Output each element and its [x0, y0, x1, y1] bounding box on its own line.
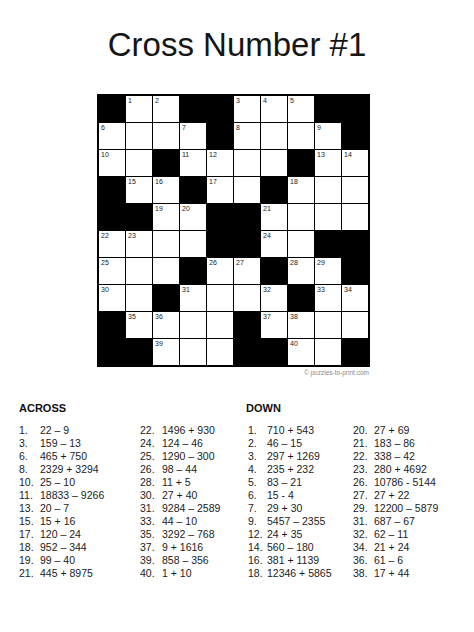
entry-cell[interactable]: 7 — [180, 123, 206, 149]
clue-item: 7.29 + 30 — [248, 502, 332, 515]
entry-cell[interactable]: 8 — [234, 123, 260, 149]
block-cell — [261, 339, 287, 365]
clue-expression: 11 + 5 — [162, 476, 191, 489]
cell-clue-number: 10 — [101, 150, 109, 159]
cell-clue-number: 32 — [263, 285, 271, 294]
clue-expression: 465 + 750 — [40, 450, 87, 463]
clue-item: 13.20 – 7 — [19, 502, 104, 515]
clue-number: 1. — [248, 424, 267, 437]
clue-item: 2.46 – 15 — [248, 437, 332, 450]
clue-expression: 3292 – 768 — [162, 528, 215, 541]
clue-number: 9. — [248, 515, 267, 528]
entry-cell[interactable]: 16 — [153, 177, 179, 203]
block-cell — [342, 231, 368, 257]
clue-expression: 159 – 13 — [40, 437, 81, 450]
clue-number: 17. — [19, 528, 40, 541]
clue-expression: 687 – 67 — [374, 515, 415, 528]
cell-clue-number: 21 — [263, 204, 271, 213]
cell-clue-number: 2 — [155, 96, 159, 105]
cell-clue-number: 11 — [182, 150, 189, 159]
block-cell — [180, 258, 206, 284]
clue-number: 37. — [140, 541, 162, 554]
cell-clue-number: 3 — [236, 96, 240, 105]
entry-cell[interactable] — [126, 150, 152, 176]
clue-item: 30.27 + 40 — [140, 489, 220, 502]
entry-cell[interactable]: 6 — [99, 123, 125, 149]
clue-number: 16. — [248, 554, 267, 567]
clue-number: 4. — [248, 463, 267, 476]
entry-cell[interactable]: 11 — [180, 150, 206, 176]
entry-cell[interactable]: 32 — [261, 285, 287, 311]
entry-cell[interactable]: 22 — [99, 231, 125, 257]
entry-cell[interactable]: 35 — [126, 312, 152, 338]
clue-number: 1. — [19, 424, 40, 437]
clue-item: 4.235 + 232 — [248, 463, 332, 476]
entry-cell[interactable] — [153, 231, 179, 257]
cell-clue-number: 24 — [263, 231, 271, 240]
entry-cell[interactable] — [153, 123, 179, 149]
clue-expression: 560 – 180 — [267, 541, 314, 554]
cell-clue-number: 6 — [101, 123, 105, 132]
entry-cell[interactable]: 10 — [99, 150, 125, 176]
clue-expression: 235 + 232 — [267, 463, 314, 476]
clue-item: 20.27 + 69 — [353, 424, 438, 437]
cell-clue-number: 14 — [344, 150, 352, 159]
block-cell — [261, 258, 287, 284]
cell-clue-number: 36 — [155, 312, 163, 321]
entry-cell[interactable]: 31 — [180, 285, 206, 311]
clue-item: 25.1290 – 300 — [140, 450, 220, 463]
cell-clue-number: 40 — [290, 339, 298, 348]
block-cell — [99, 312, 125, 338]
entry-cell[interactable]: 23 — [126, 231, 152, 257]
clue-number: 21. — [19, 567, 40, 580]
clue-item: 27.27 + 22 — [353, 489, 438, 502]
clue-expression: 280 + 4692 — [374, 463, 427, 476]
entry-cell[interactable] — [180, 312, 206, 338]
cell-clue-number: 18 — [290, 177, 298, 186]
clue-expression: 61 – 6 — [374, 554, 403, 567]
entry-cell[interactable]: 34 — [342, 285, 368, 311]
entry-cell[interactable]: 15 — [126, 177, 152, 203]
clue-item: 34.21 + 24 — [353, 541, 438, 554]
clue-number: 18. — [248, 567, 267, 580]
block-cell — [342, 258, 368, 284]
entry-cell[interactable] — [234, 150, 260, 176]
cell-clue-number: 20 — [182, 204, 190, 213]
entry-cell[interactable] — [342, 204, 368, 230]
clue-expression: 12200 – 5879 — [374, 502, 438, 515]
across-header: ACROSS — [19, 402, 66, 414]
cell-clue-number: 29 — [317, 258, 325, 267]
block-cell — [234, 312, 260, 338]
clue-expression: 62 – 11 — [374, 528, 408, 541]
clue-number: 2. — [248, 437, 267, 450]
clue-item: 5.83 – 21 — [248, 476, 332, 489]
cell-clue-number: 5 — [290, 96, 294, 105]
clue-item: 29.12200 – 5879 — [353, 502, 438, 515]
clue-expression: 99 – 40 — [40, 554, 75, 567]
clue-item: 3.159 – 13 — [19, 437, 104, 450]
entry-cell[interactable] — [234, 285, 260, 311]
clue-number: 21. — [353, 437, 374, 450]
clue-item: 33.44 – 10 — [140, 515, 220, 528]
copyright-credit: © puzzles-to-print.com — [97, 369, 369, 376]
block-cell — [342, 339, 368, 365]
clue-number: 24. — [140, 437, 162, 450]
entry-cell[interactable] — [207, 285, 233, 311]
entry-cell[interactable]: 5 — [288, 96, 314, 122]
clue-number: 3. — [19, 437, 40, 450]
entry-cell[interactable]: 20 — [180, 204, 206, 230]
block-cell — [207, 96, 233, 122]
entry-cell[interactable]: 18 — [288, 177, 314, 203]
cell-clue-number: 17 — [209, 177, 217, 186]
entry-cell[interactable]: 4 — [261, 96, 287, 122]
entry-cell[interactable] — [126, 285, 152, 311]
clue-expression: 27 + 22 — [374, 489, 409, 502]
clue-item: 28.11 + 5 — [140, 476, 220, 489]
entry-cell[interactable]: 27 — [234, 258, 260, 284]
clue-item: 22.1496 + 930 — [140, 424, 220, 437]
entry-cell[interactable] — [180, 231, 206, 257]
entry-cell[interactable] — [207, 312, 233, 338]
entry-cell[interactable] — [315, 177, 341, 203]
cell-clue-number: 22 — [101, 231, 109, 240]
down-clues-column-2: 20.27 + 6921.183 – 8622.338 – 4223.280 +… — [353, 424, 438, 580]
clue-number: 31. — [140, 502, 162, 515]
cell-clue-number: 27 — [236, 258, 244, 267]
clue-item: 40.1 + 10 — [140, 567, 220, 580]
clue-item: 38.17 + 44 — [353, 567, 438, 580]
entry-cell[interactable] — [261, 150, 287, 176]
cell-clue-number: 34 — [344, 285, 352, 294]
entry-cell[interactable]: 26 — [207, 258, 233, 284]
clue-item: 22.338 – 42 — [353, 450, 438, 463]
clue-expression: 21 + 24 — [374, 541, 409, 554]
clue-number: 27. — [353, 489, 374, 502]
entry-cell[interactable]: 21 — [261, 204, 287, 230]
clue-expression: 338 – 42 — [374, 450, 415, 463]
clue-item: 6.465 + 750 — [19, 450, 104, 463]
entry-cell[interactable]: 38 — [288, 312, 314, 338]
entry-cell[interactable]: 13 — [315, 150, 341, 176]
clue-item: 39.858 – 356 — [140, 554, 220, 567]
entry-cell[interactable]: 14 — [342, 150, 368, 176]
clue-number: 6. — [248, 489, 267, 502]
cell-clue-number: 4 — [263, 96, 267, 105]
clue-item: 26.10786 - 5144 — [353, 476, 438, 489]
clue-expression: 124 – 46 — [162, 437, 203, 450]
clue-item: 9.5457 – 2355 — [248, 515, 332, 528]
cell-clue-number: 39 — [155, 339, 163, 348]
clue-number: 23. — [353, 463, 374, 476]
cell-clue-number: 38 — [290, 312, 298, 321]
clue-expression: 25 – 10 — [40, 476, 75, 489]
block-cell — [207, 204, 233, 230]
across-clues-column-2: 22.1496 + 93024.124 – 4625.1290 – 30026.… — [140, 424, 220, 580]
entry-cell[interactable]: 2 — [153, 96, 179, 122]
entry-cell[interactable]: 29 — [315, 258, 341, 284]
across-clues-column-1: 1.22 – 93.159 – 136.465 + 7508.2329 + 32… — [19, 424, 104, 580]
block-cell — [234, 231, 260, 257]
entry-cell[interactable]: 40 — [288, 339, 314, 365]
entry-cell[interactable]: 28 — [288, 258, 314, 284]
clue-number: 26. — [353, 476, 374, 489]
block-cell — [153, 150, 179, 176]
block-cell — [99, 339, 125, 365]
clue-expression: 27 + 40 — [162, 489, 197, 502]
clue-item: 14.560 – 180 — [248, 541, 332, 554]
entry-cell[interactable]: 19 — [153, 204, 179, 230]
cell-clue-number: 31 — [182, 285, 190, 294]
clue-expression: 5457 – 2355 — [267, 515, 325, 528]
clue-number: 15. — [19, 515, 40, 528]
cell-clue-number: 13 — [317, 150, 325, 159]
puzzle-grid: 1234567891011121314151617181920212223242… — [97, 94, 370, 367]
cell-clue-number: 9 — [317, 123, 321, 132]
clue-item: 1.22 – 9 — [19, 424, 104, 437]
cell-clue-number: 19 — [155, 204, 163, 213]
clue-number: 35. — [140, 528, 162, 541]
clue-expression: 710 + 543 — [267, 424, 314, 437]
clue-item: 37.9 + 1616 — [140, 541, 220, 554]
clue-item: 32.62 – 11 — [353, 528, 438, 541]
clue-number: 38. — [353, 567, 374, 580]
clue-expression: 10786 - 5144 — [374, 476, 436, 489]
block-cell — [288, 285, 314, 311]
clue-number: 5. — [248, 476, 267, 489]
entry-cell[interactable] — [315, 339, 341, 365]
clue-number: 7. — [248, 502, 267, 515]
block-cell — [153, 285, 179, 311]
clue-expression: 83 – 21 — [267, 476, 302, 489]
clue-number: 22. — [140, 424, 162, 437]
clue-expression: 9284 – 2589 — [162, 502, 220, 515]
block-cell — [288, 150, 314, 176]
clue-expression: 24 + 35 — [267, 528, 302, 541]
clue-expression: 1290 – 300 — [162, 450, 215, 463]
entry-cell[interactable] — [342, 177, 368, 203]
entry-cell[interactable] — [234, 177, 260, 203]
clue-expression: 46 – 15 — [267, 437, 302, 450]
clue-number: 40. — [140, 567, 162, 580]
clue-expression: 297 + 1269 — [267, 450, 320, 463]
entry-cell[interactable] — [153, 258, 179, 284]
entry-cell[interactable]: 9 — [315, 123, 341, 149]
down-header: DOWN — [246, 402, 281, 414]
clue-number: 32. — [353, 528, 374, 541]
clue-item: 24.124 – 46 — [140, 437, 220, 450]
block-cell — [99, 96, 125, 122]
entry-cell[interactable]: 25 — [99, 258, 125, 284]
entry-cell[interactable]: 39 — [153, 339, 179, 365]
clue-expression: 1 + 10 — [162, 567, 192, 580]
entry-cell[interactable]: 37 — [261, 312, 287, 338]
cell-clue-number: 15 — [128, 177, 136, 186]
block-cell — [234, 204, 260, 230]
clue-expression: 2329 + 3294 — [40, 463, 99, 476]
clue-expression: 18833 – 9266 — [40, 489, 104, 502]
clue-number: 8. — [19, 463, 40, 476]
clue-number: 20. — [353, 424, 374, 437]
clue-item: 17.120 – 24 — [19, 528, 104, 541]
clue-expression: 15 - 4 — [267, 489, 294, 502]
clue-item: 12.24 + 35 — [248, 528, 332, 541]
entry-cell[interactable] — [315, 312, 341, 338]
cell-clue-number: 12 — [209, 150, 217, 159]
clue-expression: 858 – 356 — [162, 554, 209, 567]
clue-number: 10. — [19, 476, 40, 489]
entry-cell[interactable]: 12 — [207, 150, 233, 176]
block-cell — [99, 177, 125, 203]
clue-expression: 12346 + 5865 — [267, 567, 332, 580]
clue-item: 8.2329 + 3294 — [19, 463, 104, 476]
entry-cell[interactable]: 30 — [99, 285, 125, 311]
clue-number: 3. — [248, 450, 267, 463]
page-title: Cross Number #1 — [0, 26, 474, 64]
cell-clue-number: 1 — [128, 96, 132, 105]
entry-cell[interactable] — [126, 123, 152, 149]
clue-item: 3.297 + 1269 — [248, 450, 332, 463]
clue-expression: 27 + 69 — [374, 424, 409, 437]
entry-cell[interactable]: 33 — [315, 285, 341, 311]
clue-item: 18.952 – 344 — [19, 541, 104, 554]
entry-cell[interactable] — [315, 204, 341, 230]
clue-expression: 20 – 7 — [40, 502, 69, 515]
clue-number: 19. — [19, 554, 40, 567]
clue-number: 22. — [353, 450, 374, 463]
cell-clue-number: 16 — [155, 177, 163, 186]
clue-expression: 15 + 16 — [40, 515, 75, 528]
cell-clue-number: 8 — [236, 123, 240, 132]
clue-expression: 29 + 30 — [267, 502, 302, 515]
clue-number: 26. — [140, 463, 162, 476]
clue-item: 31.687 – 67 — [353, 515, 438, 528]
clue-number: 34. — [353, 541, 374, 554]
entry-cell[interactable] — [207, 339, 233, 365]
clue-item: 16.381 + 1139 — [248, 554, 332, 567]
entry-cell[interactable]: 24 — [261, 231, 287, 257]
clue-expression: 9 + 1616 — [162, 541, 203, 554]
clue-number: 11. — [19, 489, 40, 502]
clue-item: 1.710 + 543 — [248, 424, 332, 437]
clue-item: 21.183 – 86 — [353, 437, 438, 450]
cell-clue-number: 23 — [128, 231, 136, 240]
clue-expression: 445 + 8975 — [40, 567, 93, 580]
clue-number: 39. — [140, 554, 162, 567]
block-cell — [207, 123, 233, 149]
clue-number: 6. — [19, 450, 40, 463]
entry-cell[interactable] — [342, 312, 368, 338]
entry-cell[interactable]: 36 — [153, 312, 179, 338]
block-cell — [180, 96, 206, 122]
entry-cell[interactable]: 3 — [234, 96, 260, 122]
clue-number: 12. — [248, 528, 267, 541]
block-cell — [342, 123, 368, 149]
clue-number: 36. — [353, 554, 374, 567]
clue-item: 36.61 – 6 — [353, 554, 438, 567]
clue-item: 10.25 – 10 — [19, 476, 104, 489]
clue-number: 28. — [140, 476, 162, 489]
entry-cell[interactable]: 17 — [207, 177, 233, 203]
clue-expression: 952 – 344 — [40, 541, 87, 554]
entry-cell[interactable]: 1 — [126, 96, 152, 122]
entry-cell[interactable] — [261, 123, 287, 149]
block-cell — [234, 339, 260, 365]
clue-expression: 1496 + 930 — [162, 424, 215, 437]
cell-clue-number: 33 — [317, 285, 325, 294]
entry-cell[interactable] — [288, 231, 314, 257]
block-cell — [99, 204, 125, 230]
clue-item: 19.99 – 40 — [19, 554, 104, 567]
clue-number: 18. — [19, 541, 40, 554]
block-cell — [342, 96, 368, 122]
clue-number: 29. — [353, 502, 374, 515]
block-cell — [126, 204, 152, 230]
clue-expression: 17 + 44 — [374, 567, 409, 580]
clue-item: 23.280 + 4692 — [353, 463, 438, 476]
clue-number: 13. — [19, 502, 40, 515]
cell-clue-number: 37 — [263, 312, 271, 321]
clue-number: 14. — [248, 541, 267, 554]
block-cell — [261, 177, 287, 203]
block-cell — [207, 231, 233, 257]
entry-cell[interactable] — [288, 123, 314, 149]
cell-clue-number: 30 — [101, 285, 109, 294]
clue-expression: 98 – 44 — [162, 463, 197, 476]
clue-item: 35.3292 – 768 — [140, 528, 220, 541]
cell-clue-number: 7 — [182, 123, 186, 132]
clue-item: 18.12346 + 5865 — [248, 567, 332, 580]
clue-item: 26.98 – 44 — [140, 463, 220, 476]
clue-item: 21.445 + 8975 — [19, 567, 104, 580]
clue-expression: 120 – 24 — [40, 528, 81, 541]
entry-cell[interactable] — [288, 204, 314, 230]
cell-clue-number: 28 — [290, 258, 298, 267]
clue-item: 6.15 - 4 — [248, 489, 332, 502]
clue-number: 31. — [353, 515, 374, 528]
block-cell — [180, 177, 206, 203]
clue-number: 25. — [140, 450, 162, 463]
cell-clue-number: 26 — [209, 258, 217, 267]
clue-item: 11.18833 – 9266 — [19, 489, 104, 502]
clue-item: 31.9284 – 2589 — [140, 502, 220, 515]
clue-item: 15.15 + 16 — [19, 515, 104, 528]
clue-number: 33. — [140, 515, 162, 528]
block-cell — [126, 339, 152, 365]
cell-clue-number: 35 — [128, 312, 136, 321]
entry-cell[interactable] — [126, 258, 152, 284]
clue-number: 30. — [140, 489, 162, 502]
entry-cell[interactable] — [180, 339, 206, 365]
block-cell — [315, 231, 341, 257]
clue-expression: 183 – 86 — [374, 437, 415, 450]
clue-expression: 22 – 9 — [40, 424, 69, 437]
clue-expression: 44 – 10 — [162, 515, 197, 528]
down-clues-column-1: 1.710 + 5432.46 – 153.297 + 12694.235 + … — [248, 424, 332, 580]
cell-clue-number: 25 — [101, 258, 109, 267]
clue-expression: 381 + 1139 — [267, 554, 319, 567]
block-cell — [315, 96, 341, 122]
